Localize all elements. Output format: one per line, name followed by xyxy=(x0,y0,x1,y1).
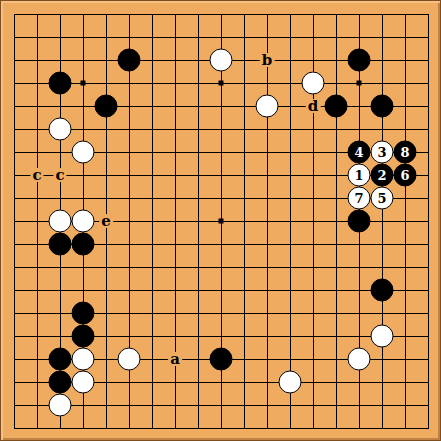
star-point xyxy=(81,81,86,86)
black-stone xyxy=(348,49,371,72)
white-stone xyxy=(256,95,279,118)
move-stone-7: 7 xyxy=(348,187,371,210)
white-stone xyxy=(72,348,95,371)
star-point xyxy=(357,81,362,86)
white-stone xyxy=(371,325,394,348)
move-stone-1: 1 xyxy=(348,164,371,187)
star-point xyxy=(219,81,224,86)
move-stone-4: 4 xyxy=(348,141,371,164)
black-stone xyxy=(49,348,72,371)
white-stone xyxy=(210,49,233,72)
point-label-c: c xyxy=(53,168,66,182)
black-stone xyxy=(210,348,233,371)
star-point xyxy=(219,219,224,224)
white-stone xyxy=(302,72,325,95)
point-label-b: b xyxy=(260,53,275,67)
black-stone xyxy=(72,302,95,325)
white-stone xyxy=(279,371,302,394)
white-stone xyxy=(49,118,72,141)
black-stone xyxy=(72,233,95,256)
point-label-e: e xyxy=(99,214,113,228)
black-stone xyxy=(348,210,371,233)
white-stone xyxy=(118,348,141,371)
black-stone xyxy=(49,233,72,256)
point-label-d: d xyxy=(306,99,321,113)
white-stone xyxy=(72,371,95,394)
white-stone xyxy=(49,210,72,233)
black-stone xyxy=(325,95,348,118)
black-stone xyxy=(371,95,394,118)
black-stone xyxy=(118,49,141,72)
move-stone-2: 2 xyxy=(371,164,394,187)
black-stone xyxy=(72,325,95,348)
move-stone-3: 3 xyxy=(371,141,394,164)
white-stone xyxy=(49,394,72,417)
move-stone-8: 8 xyxy=(394,141,417,164)
white-stone xyxy=(72,210,95,233)
point-label-c: c xyxy=(30,168,43,182)
white-stone xyxy=(72,141,95,164)
black-stone xyxy=(95,95,118,118)
white-stone xyxy=(348,348,371,371)
move-stone-5: 5 xyxy=(371,187,394,210)
move-stone-6: 6 xyxy=(394,164,417,187)
black-stone xyxy=(49,371,72,394)
go-board: 12345678 abccde xyxy=(0,0,441,441)
black-stone xyxy=(371,279,394,302)
point-label-a: a xyxy=(168,352,182,366)
black-stone xyxy=(49,72,72,95)
